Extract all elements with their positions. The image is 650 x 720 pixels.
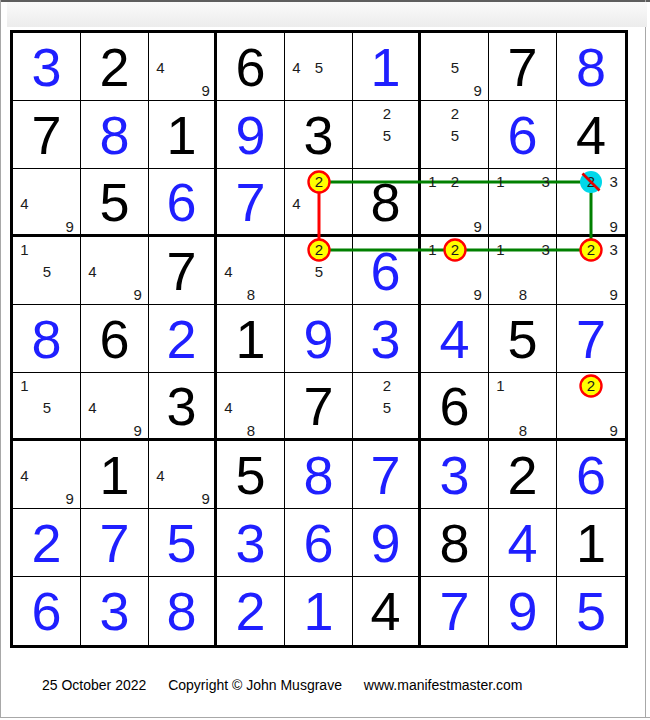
cell-r6c6[interactable]: 25 <box>353 373 421 441</box>
big-value: 8 <box>285 441 352 508</box>
cell-r3c1[interactable]: 49 <box>13 169 81 237</box>
candidate-9: 9 <box>126 419 149 442</box>
cell-r5c2[interactable]: 6 <box>81 305 149 373</box>
big-value: 6 <box>421 373 488 438</box>
candidate-8: 8 <box>512 419 535 442</box>
cell-r4c6[interactable]: 6 <box>353 237 421 305</box>
big-value: 5 <box>149 509 214 576</box>
cell-r2c5[interactable]: 3 <box>285 101 353 169</box>
big-value: 4 <box>489 509 556 576</box>
cell-r3c7[interactable]: 129 <box>421 169 489 237</box>
big-value: 8 <box>353 169 418 234</box>
big-value: 3 <box>353 305 418 372</box>
footer-copyright: Copyright © John Musgrave <box>168 677 342 693</box>
cell-r9c8[interactable]: 9 <box>489 577 557 645</box>
cell-r4c3[interactable]: 7 <box>149 237 217 305</box>
candidate-1: 1 <box>13 374 36 397</box>
candidate-3: 3 <box>534 170 557 193</box>
candidate-4: 4 <box>285 193 308 216</box>
big-value: 7 <box>149 237 214 304</box>
big-value: 6 <box>353 237 418 304</box>
candidate-2: 2 <box>376 102 399 125</box>
cell-r9c7[interactable]: 7 <box>421 577 489 645</box>
cell-r8c4[interactable]: 3 <box>217 509 285 577</box>
cell-r5c7[interactable]: 4 <box>421 305 489 373</box>
cell-r7c2[interactable]: 1 <box>81 441 149 509</box>
big-value: 3 <box>149 373 214 438</box>
cell-r3c5[interactable]: 24 <box>285 169 353 237</box>
cell-r1c1[interactable]: 3 <box>13 33 81 101</box>
cell-r3c6[interactable]: 8 <box>353 169 421 237</box>
big-value: 8 <box>13 305 80 372</box>
cell-r1c4[interactable]: 6 <box>217 33 285 101</box>
candidate-2: 2 <box>376 374 399 397</box>
big-value: 2 <box>489 441 556 508</box>
cell-r3c2[interactable]: 5 <box>81 169 149 237</box>
cell-r6c1[interactable]: 15 <box>13 373 81 441</box>
candidate-3: 3 <box>602 170 625 193</box>
big-value: 2 <box>81 33 148 100</box>
candidate-9: 9 <box>466 283 489 306</box>
candidate-8: 8 <box>240 419 263 442</box>
big-value: 6 <box>149 169 214 234</box>
cell-r9c5[interactable]: 1 <box>285 577 353 645</box>
candidate-2: 2 <box>580 170 603 193</box>
cell-r5c8[interactable]: 5 <box>489 305 557 373</box>
candidate-9: 9 <box>58 215 81 238</box>
cell-r7c8[interactable]: 2 <box>489 441 557 509</box>
big-value: 2 <box>13 509 80 576</box>
cell-r8c1[interactable]: 2 <box>13 509 81 577</box>
cell-r2c8[interactable]: 6 <box>489 101 557 169</box>
candidate-5: 5 <box>376 125 399 148</box>
big-value: 8 <box>149 577 214 645</box>
footer: 25 October 2022 Copyright © John Musgrav… <box>42 677 523 693</box>
candidate-1: 1 <box>489 170 512 193</box>
candidate-9: 9 <box>602 419 625 442</box>
candidate-5: 5 <box>444 125 467 148</box>
candidate-4: 4 <box>13 193 36 216</box>
cell-r8c2[interactable]: 7 <box>81 509 149 577</box>
big-value: 3 <box>421 441 488 508</box>
cell-r4c2[interactable]: 49 <box>81 237 149 305</box>
cell-r7c3[interactable]: 49 <box>149 441 217 509</box>
candidate-2: 2 <box>444 238 467 261</box>
big-value: 7 <box>489 33 556 100</box>
big-value: 3 <box>81 577 148 645</box>
big-value: 1 <box>285 577 352 645</box>
candidate-9: 9 <box>126 283 149 306</box>
big-value: 7 <box>217 169 284 234</box>
candidate-5: 5 <box>376 397 399 420</box>
cell-r2c9[interactable]: 4 <box>557 101 625 169</box>
big-value: 2 <box>149 305 214 372</box>
candidate-9: 9 <box>466 79 489 102</box>
cell-r7c7[interactable]: 3 <box>421 441 489 509</box>
candidate-5: 5 <box>308 261 331 284</box>
cell-r1c2[interactable]: 2 <box>81 33 149 101</box>
footer-date: 25 October 2022 <box>42 677 146 693</box>
candidate-4: 4 <box>149 465 172 488</box>
big-value: 3 <box>13 33 80 100</box>
cell-r8c8[interactable]: 4 <box>489 509 557 577</box>
cell-r2c2[interactable]: 8 <box>81 101 149 169</box>
cell-r8c3[interactable]: 5 <box>149 509 217 577</box>
cell-r8c5[interactable]: 6 <box>285 509 353 577</box>
cell-r5c6[interactable]: 3 <box>353 305 421 373</box>
candidate-4: 4 <box>13 465 36 488</box>
candidate-1: 1 <box>13 238 36 261</box>
candidate-3: 3 <box>534 238 557 261</box>
candidate-9: 9 <box>58 487 81 510</box>
big-value: 5 <box>489 305 556 372</box>
big-value: 1 <box>217 305 284 372</box>
cell-r6c2[interactable]: 49 <box>81 373 149 441</box>
big-value: 1 <box>149 101 214 168</box>
window-right-edge <box>645 0 646 718</box>
big-value: 6 <box>13 577 80 645</box>
sudoku-board-frame: 3249645159787819325256449567248129132391… <box>10 30 628 648</box>
big-value: 6 <box>81 305 148 372</box>
cell-r5c5[interactable]: 9 <box>285 305 353 373</box>
big-value: 6 <box>285 509 352 576</box>
cell-r7c5[interactable]: 8 <box>285 441 353 509</box>
cell-r5c1[interactable]: 8 <box>13 305 81 373</box>
cell-r6c7[interactable]: 6 <box>421 373 489 441</box>
candidate-1: 1 <box>421 238 444 261</box>
candidate-4: 4 <box>285 57 308 80</box>
cell-r6c9[interactable]: 29 <box>557 373 625 441</box>
big-value: 7 <box>421 577 488 645</box>
candidate-3: 3 <box>602 238 625 261</box>
candidate-9: 9 <box>602 215 625 238</box>
cell-r6c3[interactable]: 3 <box>149 373 217 441</box>
cell-r2c6[interactable]: 25 <box>353 101 421 169</box>
candidate-9: 9 <box>466 215 489 238</box>
candidate-2: 2 <box>308 238 331 261</box>
cell-r3c4[interactable]: 7 <box>217 169 285 237</box>
big-value: 9 <box>353 509 418 576</box>
cell-r2c4[interactable]: 9 <box>217 101 285 169</box>
candidate-9: 9 <box>194 79 217 102</box>
candidate-1: 1 <box>421 170 444 193</box>
candidate-1: 1 <box>489 238 512 261</box>
cell-r9c4[interactable]: 2 <box>217 577 285 645</box>
window-bottom-edge <box>0 717 650 718</box>
candidate-2: 2 <box>308 170 331 193</box>
cell-r5c3[interactable]: 2 <box>149 305 217 373</box>
cell-r5c4[interactable]: 1 <box>217 305 285 373</box>
cell-r8c9[interactable]: 1 <box>557 509 625 577</box>
candidate-2: 2 <box>580 238 603 261</box>
big-value: 1 <box>557 509 625 576</box>
cell-r9c1[interactable]: 6 <box>13 577 81 645</box>
big-value: 5 <box>217 441 284 508</box>
cell-r1c7[interactable]: 59 <box>421 33 489 101</box>
big-value: 1 <box>81 441 148 508</box>
cell-r9c2[interactable]: 3 <box>81 577 149 645</box>
candidate-2: 2 <box>444 170 467 193</box>
cell-r9c3[interactable]: 8 <box>149 577 217 645</box>
cell-r4c5[interactable]: 25 <box>285 237 353 305</box>
big-value: 6 <box>489 101 556 168</box>
footer-site: www.manifestmaster.com <box>364 677 523 693</box>
cell-r7c9[interactable]: 6 <box>557 441 625 509</box>
cell-r4c8[interactable]: 138 <box>489 237 557 305</box>
big-value: 9 <box>217 101 284 168</box>
cell-r9c6[interactable]: 4 <box>353 577 421 645</box>
candidate-5: 5 <box>308 57 331 80</box>
cell-r6c5[interactable]: 7 <box>285 373 353 441</box>
big-value: 6 <box>557 441 625 508</box>
cell-r1c8[interactable]: 7 <box>489 33 557 101</box>
cell-r4c4[interactable]: 48 <box>217 237 285 305</box>
cell-r7c4[interactable]: 5 <box>217 441 285 509</box>
candidate-5: 5 <box>36 397 59 420</box>
title-bar <box>7 2 647 27</box>
big-value: 9 <box>285 305 352 372</box>
candidate-8: 8 <box>512 283 535 306</box>
cell-r3c3[interactable]: 6 <box>149 169 217 237</box>
cell-r9c9[interactable]: 5 <box>557 577 625 645</box>
candidate-5: 5 <box>36 261 59 284</box>
candidate-9: 9 <box>194 487 217 510</box>
big-value: 5 <box>81 169 148 234</box>
cell-r1c9[interactable]: 8 <box>557 33 625 101</box>
cell-r6c4[interactable]: 48 <box>217 373 285 441</box>
candidate-5: 5 <box>444 57 467 80</box>
cell-r2c3[interactable]: 1 <box>149 101 217 169</box>
candidate-1: 1 <box>489 374 512 397</box>
big-value: 7 <box>353 441 418 508</box>
big-value: 8 <box>557 33 625 100</box>
cell-r6c8[interactable]: 18 <box>489 373 557 441</box>
cell-r4c9[interactable]: 239 <box>557 237 625 305</box>
cell-r8c7[interactable]: 8 <box>421 509 489 577</box>
big-value: 3 <box>285 101 352 168</box>
sudoku-board: 3249645159787819325256449567248129132391… <box>13 33 625 645</box>
candidate-8: 8 <box>240 283 263 306</box>
big-value: 3 <box>217 509 284 576</box>
cell-r1c5[interactable]: 45 <box>285 33 353 101</box>
cell-r1c6[interactable]: 1 <box>353 33 421 101</box>
big-value: 1 <box>353 33 418 100</box>
big-value: 7 <box>13 101 80 168</box>
candidate-4: 4 <box>217 397 240 420</box>
big-value: 7 <box>557 305 625 372</box>
candidate-2: 2 <box>444 102 467 125</box>
candidate-9: 9 <box>602 283 625 306</box>
big-value: 9 <box>489 577 556 645</box>
cell-r7c1[interactable]: 49 <box>13 441 81 509</box>
cell-r3c8[interactable]: 13 <box>489 169 557 237</box>
candidate-4: 4 <box>217 261 240 284</box>
cell-r7c6[interactable]: 7 <box>353 441 421 509</box>
big-value: 7 <box>285 373 352 438</box>
cell-r8c6[interactable]: 9 <box>353 509 421 577</box>
window-left-edge <box>0 0 1 718</box>
big-value: 2 <box>217 577 284 645</box>
big-value: 5 <box>557 577 625 645</box>
big-value: 7 <box>81 509 148 576</box>
big-value: 8 <box>421 509 488 576</box>
candidate-4: 4 <box>81 261 104 284</box>
candidate-4: 4 <box>149 57 172 80</box>
big-value: 4 <box>557 101 625 168</box>
cell-r4c7[interactable]: 129 <box>421 237 489 305</box>
big-value: 8 <box>81 101 148 168</box>
big-value: 4 <box>353 577 418 645</box>
cell-r1c3[interactable]: 49 <box>149 33 217 101</box>
candidate-4: 4 <box>81 397 104 420</box>
big-value: 4 <box>421 305 488 372</box>
cell-r4c1[interactable]: 15 <box>13 237 81 305</box>
cell-r5c9[interactable]: 7 <box>557 305 625 373</box>
candidate-2: 2 <box>580 374 603 397</box>
cell-r2c7[interactable]: 25 <box>421 101 489 169</box>
cell-r3c9[interactable]: 239 <box>557 169 625 237</box>
big-value: 6 <box>217 33 284 100</box>
cell-r2c1[interactable]: 7 <box>13 101 81 169</box>
